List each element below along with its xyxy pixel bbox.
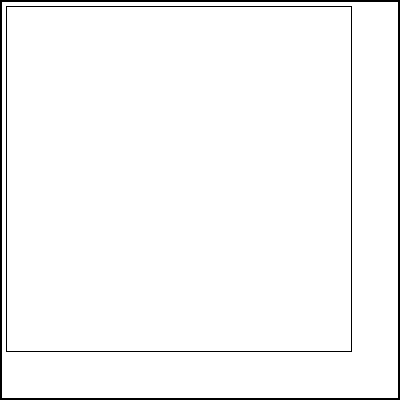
diagram-grid: [6, 6, 396, 396]
chess-diagram: [0, 0, 400, 400]
board: [6, 6, 352, 352]
corner-spacer: [352, 352, 396, 396]
rank-labels: [352, 6, 396, 352]
file-labels: [6, 352, 352, 396]
